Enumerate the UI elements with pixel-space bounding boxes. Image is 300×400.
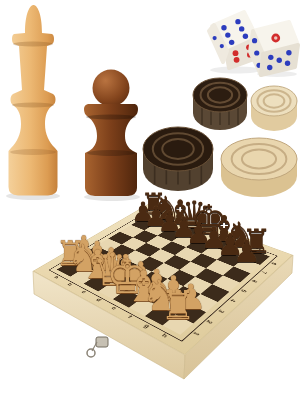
file-label-b: b: [65, 281, 76, 287]
file-label-a: a: [51, 274, 62, 280]
product-photo: abcdefgh12345678 ♜♞♝♛♚♝♞♜♟♟♟♟♟♟♟♟♟♟♟♟♟♟♟…: [0, 0, 300, 400]
large-dark-checker: [143, 127, 213, 191]
pawn-figure: [84, 70, 138, 197]
rank-label-1: 1: [190, 329, 202, 338]
king-figure: [9, 5, 58, 196]
right-die: [250, 22, 298, 75]
large-light-checker: [221, 138, 297, 197]
file-label-g: g: [141, 322, 153, 330]
file-label-f: f: [124, 313, 136, 321]
small-dark-checker: [193, 78, 247, 130]
file-label-h: h: [158, 331, 171, 339]
dice-pair: [209, 12, 298, 75]
file-label-e: e: [108, 305, 120, 312]
rank-label-6: 6: [249, 278, 260, 285]
checkers-group: [143, 78, 297, 197]
rank-label-3: 3: [215, 307, 226, 315]
rank-label-7: 7: [259, 269, 269, 275]
small-light-checker: [251, 86, 297, 131]
rank-label-2: 2: [203, 318, 215, 326]
file-label-d: d: [93, 296, 104, 303]
rank-label-5: 5: [238, 287, 249, 294]
latch-icon: [87, 337, 108, 357]
rank-label-8: 8: [269, 261, 279, 267]
file-label-c: c: [78, 289, 89, 296]
scene-illustration: [0, 0, 300, 400]
rank-label-4: 4: [227, 297, 238, 304]
